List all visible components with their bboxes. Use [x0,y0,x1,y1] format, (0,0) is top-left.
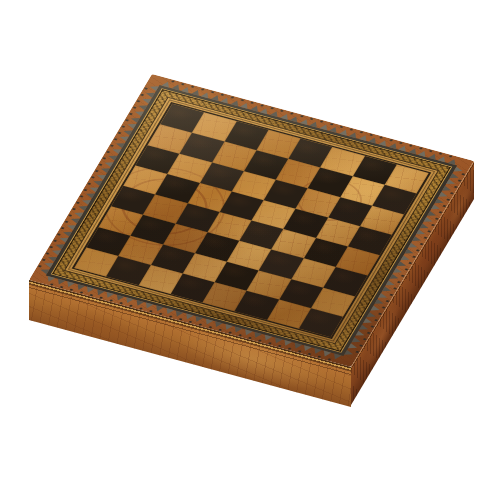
sawtooth-tooth [88,185,98,192]
sawtooth-tooth [250,105,260,112]
sawtooth-tooth [50,248,60,255]
sawtooth-tooth [122,128,132,135]
sawtooth-tooth [329,126,339,133]
sawtooth-tooth [96,173,106,180]
sawtooth-tooth [92,179,102,186]
sawtooth-tooth [107,154,117,161]
sawtooth-tooth [191,89,201,96]
sawtooth-tooth [379,139,389,146]
sawtooth-tooth [309,121,319,128]
sawtooth-tooth [300,118,310,125]
sawtooth-tooth [388,142,398,149]
sawtooth-tooth [171,83,181,90]
sawtooth-tooth [126,122,136,129]
sawtooth-tooth [260,107,270,114]
sawtooth-tooth [211,94,221,101]
sawtooth-tooth [448,158,458,165]
sawtooth-tooth [130,116,140,123]
sawtooth-tooth [103,160,113,167]
sawtooth-tooth [369,137,379,144]
sawtooth-tooth [137,103,147,110]
sawtooth-tooth [181,86,191,93]
sawtooth-tooth [148,84,158,91]
sawtooth-tooth [43,261,53,268]
sawtooth-tooth [115,141,125,148]
sawtooth-tooth [270,110,280,117]
sawtooth-tooth [81,198,91,205]
sawtooth-tooth [344,350,354,357]
sawtooth-tooth [201,91,211,98]
sawtooth-tooth [77,204,87,211]
sawtooth-tooth [111,147,121,154]
sawtooth-tooth [145,91,155,98]
sawtooth-tooth [39,267,49,274]
sawtooth-tooth [319,123,329,130]
sawtooth-tooth [141,97,151,104]
sawtooth-tooth [54,242,64,249]
sawtooth-tooth [349,131,359,138]
sawtooth-tooth [84,192,94,199]
sawtooth-tooth [280,113,290,120]
sawtooth-tooth [62,230,72,237]
sawtooth-tooth [230,99,240,106]
sawtooth-tooth [428,153,438,160]
sawtooth-tooth [69,217,79,224]
sawtooth-tooth [47,255,57,262]
photo-background [0,0,480,480]
sawtooth-tooth [58,236,68,243]
sawtooth-tooth [398,145,408,152]
sawtooth-tooth [73,211,83,218]
sawtooth-tooth [65,223,75,230]
sawtooth-tooth [240,102,250,109]
sawtooth-tooth [438,155,448,162]
sawtooth-tooth [359,134,369,141]
sawtooth-tooth [99,166,109,173]
sawtooth-tooth [418,150,428,157]
sawtooth-tooth [133,110,143,117]
sawtooth-tooth [161,81,171,88]
sawtooth-tooth [118,135,128,142]
sawtooth-tooth [339,129,349,136]
sawtooth-tooth [290,115,300,122]
sawtooth-tooth [221,97,231,104]
sawtooth-tooth [408,147,418,154]
